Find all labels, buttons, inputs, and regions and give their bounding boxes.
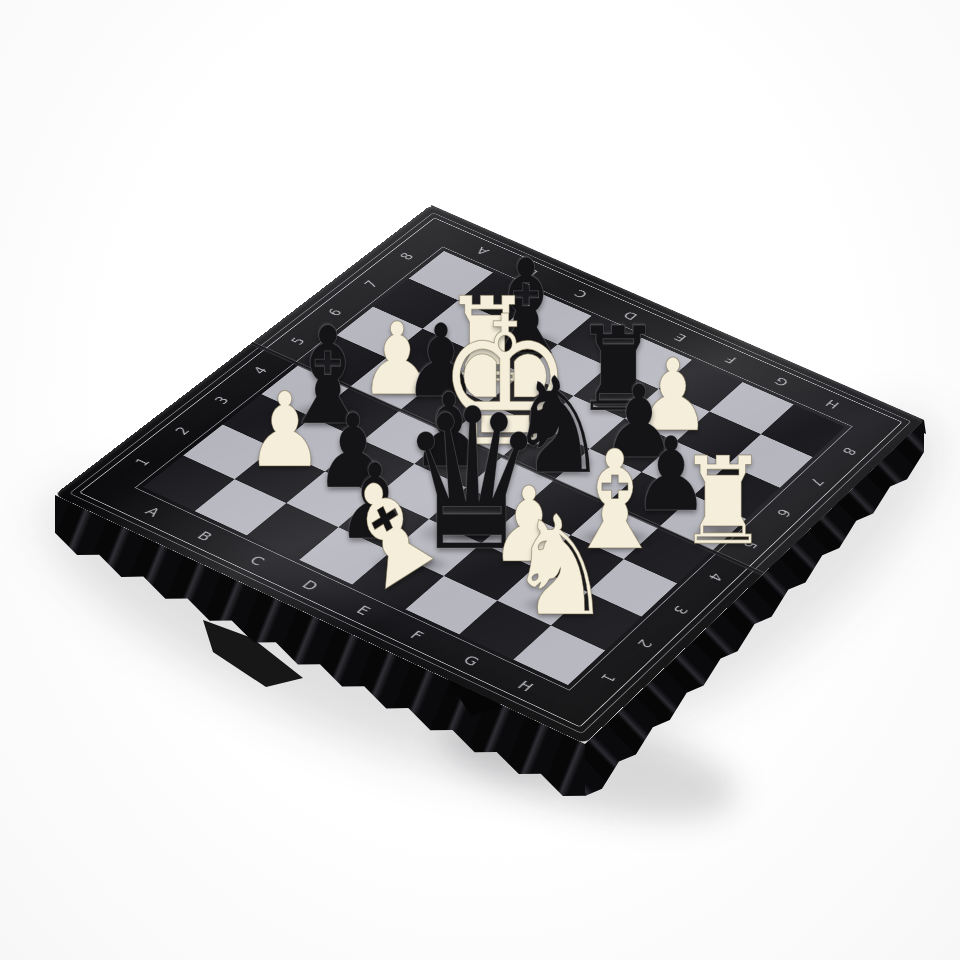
piece-white-knight-g2: ♞ <box>508 499 612 637</box>
pieces-layer: ♟♟♟♟♜♜♞♝♝♚♝♝♜♞♛♟♟♟♟♟♟ <box>0 0 960 960</box>
piece-white-pawn-b2: ♟ <box>246 380 324 484</box>
product-photo-scene: AABBCCDDEEFFGGHH1122334455667788 ♟♟♟♟♜♜♞… <box>0 0 960 960</box>
piece-white-rook-h5: ♜ <box>677 441 768 562</box>
